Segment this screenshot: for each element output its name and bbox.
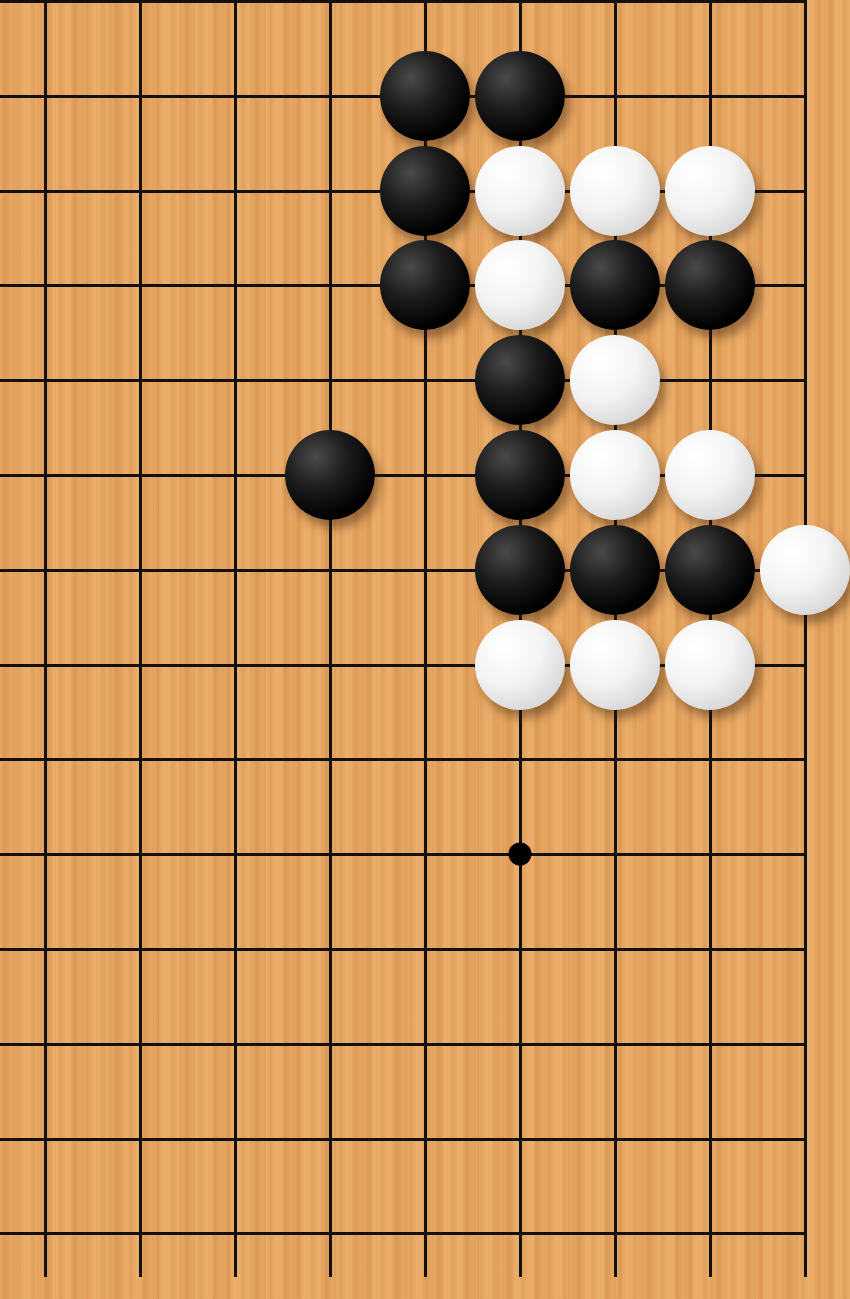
intersection-P11[interactable]: [378, 712, 473, 807]
intersection-N16[interactable]: [188, 238, 283, 333]
white-stone-S17: [665, 146, 755, 236]
intersection-L19[interactable]: [0, 0, 93, 48]
intersection-L7[interactable]: [0, 1091, 93, 1186]
intersection-R7[interactable]: [568, 1091, 663, 1186]
intersection-M19[interactable]: [93, 0, 188, 48]
black-stone-R16: [570, 240, 660, 330]
intersection-P9[interactable]: [378, 902, 473, 997]
intersection-M13[interactable]: [93, 522, 188, 617]
intersection-Q8[interactable]: [473, 996, 568, 1091]
white-stone-Q17: [475, 146, 565, 236]
intersection-T6[interactable]: [758, 1186, 850, 1281]
intersection-N12[interactable]: [188, 617, 283, 712]
intersection-N19[interactable]: [188, 0, 283, 48]
intersection-Q17[interactable]: [473, 143, 568, 238]
intersection-N18[interactable]: [188, 48, 283, 143]
intersection-T19[interactable]: [758, 0, 850, 48]
intersection-O15[interactable]: [283, 333, 378, 428]
intersection-O6[interactable]: [283, 1186, 378, 1281]
intersection-M14[interactable]: [93, 428, 188, 523]
intersection-M12[interactable]: [93, 617, 188, 712]
black-stone-P17: [380, 146, 470, 236]
intersection-L11[interactable]: [0, 712, 93, 807]
intersection-R12[interactable]: [568, 617, 663, 712]
intersection-N8[interactable]: [188, 996, 283, 1091]
black-stone-Q18: [475, 51, 565, 141]
intersection-Q12[interactable]: [473, 617, 568, 712]
white-stone-S12: [665, 620, 755, 710]
intersection-Q13[interactable]: [473, 522, 568, 617]
intersection-T13[interactable]: [758, 522, 850, 617]
white-stone-S14: [665, 430, 755, 520]
black-stone-S16: [665, 240, 755, 330]
intersection-Q7[interactable]: [473, 1091, 568, 1186]
intersection-S11[interactable]: [663, 712, 758, 807]
intersection-S13[interactable]: [663, 522, 758, 617]
intersection-M6[interactable]: [93, 1186, 188, 1281]
intersection-O9[interactable]: [283, 902, 378, 997]
go-board: [0, 0, 850, 1299]
intersection-O13[interactable]: [283, 522, 378, 617]
intersection-L9[interactable]: [0, 902, 93, 997]
intersection-S9[interactable]: [663, 902, 758, 997]
intersection-P18[interactable]: [378, 48, 473, 143]
intersection-Q6[interactable]: [473, 1186, 568, 1281]
intersection-T7[interactable]: [758, 1091, 850, 1186]
intersection-Q16[interactable]: [473, 238, 568, 333]
intersection-S8[interactable]: [663, 996, 758, 1091]
intersection-N13[interactable]: [188, 522, 283, 617]
intersection-S15[interactable]: [663, 333, 758, 428]
black-stone-Q15: [475, 335, 565, 425]
intersection-L17[interactable]: [0, 143, 93, 238]
intersection-Q18[interactable]: [473, 48, 568, 143]
intersection-O10[interactable]: [283, 807, 378, 902]
white-stone-R12: [570, 620, 660, 710]
star-point-Q10: [509, 843, 532, 866]
intersection-L8[interactable]: [0, 996, 93, 1091]
black-stone-Q14: [475, 430, 565, 520]
intersection-Q11[interactable]: [473, 712, 568, 807]
intersection-P16[interactable]: [378, 238, 473, 333]
black-stone-P16: [380, 240, 470, 330]
black-stone-S13: [665, 525, 755, 615]
intersection-R19[interactable]: [568, 0, 663, 48]
intersection-N6[interactable]: [188, 1186, 283, 1281]
intersection-M10[interactable]: [93, 807, 188, 902]
intersection-L15[interactable]: [0, 333, 93, 428]
intersection-R10[interactable]: [568, 807, 663, 902]
intersection-S7[interactable]: [663, 1091, 758, 1186]
intersection-M17[interactable]: [93, 143, 188, 238]
intersection-Q15[interactable]: [473, 333, 568, 428]
intersection-R11[interactable]: [568, 712, 663, 807]
intersection-N15[interactable]: [188, 333, 283, 428]
white-stone-Q16: [475, 240, 565, 330]
black-stone-Q13: [475, 525, 565, 615]
intersection-N7[interactable]: [188, 1091, 283, 1186]
intersection-R13[interactable]: [568, 522, 663, 617]
intersection-T11[interactable]: [758, 712, 850, 807]
intersection-L16[interactable]: [0, 238, 93, 333]
intersection-O11[interactable]: [283, 712, 378, 807]
intersection-N14[interactable]: [188, 428, 283, 523]
intersection-O7[interactable]: [283, 1091, 378, 1186]
intersection-Q19[interactable]: [473, 0, 568, 48]
intersection-T15[interactable]: [758, 333, 850, 428]
intersection-R14[interactable]: [568, 428, 663, 523]
intersection-R16[interactable]: [568, 238, 663, 333]
intersection-L13[interactable]: [0, 522, 93, 617]
intersection-T18[interactable]: [758, 48, 850, 143]
intersection-N10[interactable]: [188, 807, 283, 902]
intersection-P6[interactable]: [378, 1186, 473, 1281]
intersection-T12[interactable]: [758, 617, 850, 712]
intersection-T17[interactable]: [758, 143, 850, 238]
intersection-T16[interactable]: [758, 238, 850, 333]
intersection-Q10[interactable]: [473, 807, 568, 902]
black-stone-R13: [570, 525, 660, 615]
intersection-O18[interactable]: [283, 48, 378, 143]
intersection-T9[interactable]: [758, 902, 850, 997]
intersection-R8[interactable]: [568, 996, 663, 1091]
intersection-N17[interactable]: [188, 143, 283, 238]
intersection-P10[interactable]: [378, 807, 473, 902]
intersection-Q9[interactable]: [473, 902, 568, 997]
intersection-P8[interactable]: [378, 996, 473, 1091]
black-stone-P18: [380, 51, 470, 141]
intersection-L12[interactable]: [0, 617, 93, 712]
intersection-R6[interactable]: [568, 1186, 663, 1281]
intersection-M15[interactable]: [93, 333, 188, 428]
intersection-P12[interactable]: [378, 617, 473, 712]
intersection-M8[interactable]: [93, 996, 188, 1091]
intersection-S16[interactable]: [663, 238, 758, 333]
white-stone-R14: [570, 430, 660, 520]
intersection-P17[interactable]: [378, 143, 473, 238]
intersection-R17[interactable]: [568, 143, 663, 238]
intersection-P7[interactable]: [378, 1091, 473, 1186]
intersection-S12[interactable]: [663, 617, 758, 712]
white-stone-T13: [760, 525, 850, 615]
intersection-L6[interactable]: [0, 1186, 93, 1281]
intersection-S17[interactable]: [663, 143, 758, 238]
intersection-N11[interactable]: [188, 712, 283, 807]
intersection-M11[interactable]: [93, 712, 188, 807]
intersection-O14[interactable]: [283, 428, 378, 523]
intersection-grid: [0, 0, 850, 1281]
intersection-S14[interactable]: [663, 428, 758, 523]
intersection-M9[interactable]: [93, 902, 188, 997]
intersection-S10[interactable]: [663, 807, 758, 902]
intersection-O8[interactable]: [283, 996, 378, 1091]
intersection-T14[interactable]: [758, 428, 850, 523]
intersection-P15[interactable]: [378, 333, 473, 428]
intersection-R18[interactable]: [568, 48, 663, 143]
intersection-O17[interactable]: [283, 143, 378, 238]
white-stone-Q12: [475, 620, 565, 710]
intersection-R15[interactable]: [568, 333, 663, 428]
intersection-M18[interactable]: [93, 48, 188, 143]
intersection-P14[interactable]: [378, 428, 473, 523]
intersection-P13[interactable]: [378, 522, 473, 617]
intersection-M16[interactable]: [93, 238, 188, 333]
intersection-S6[interactable]: [663, 1186, 758, 1281]
intersection-Q14[interactable]: [473, 428, 568, 523]
black-stone-O14: [285, 430, 375, 520]
intersection-T10[interactable]: [758, 807, 850, 902]
intersection-M7[interactable]: [93, 1091, 188, 1186]
intersection-O16[interactable]: [283, 238, 378, 333]
white-stone-R17: [570, 146, 660, 236]
intersection-S19[interactable]: [663, 0, 758, 48]
intersection-N9[interactable]: [188, 902, 283, 997]
white-stone-R15: [570, 335, 660, 425]
intersection-O19[interactable]: [283, 0, 378, 48]
intersection-L14[interactable]: [0, 428, 93, 523]
intersection-L18[interactable]: [0, 48, 93, 143]
intersection-O12[interactable]: [283, 617, 378, 712]
intersection-S18[interactable]: [663, 48, 758, 143]
intersection-P19[interactable]: [378, 0, 473, 48]
intersection-L10[interactable]: [0, 807, 93, 902]
intersection-R9[interactable]: [568, 902, 663, 997]
intersection-T8[interactable]: [758, 996, 850, 1091]
